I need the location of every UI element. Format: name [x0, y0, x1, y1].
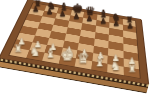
square-e1[interactable]: ♚ [58, 55, 76, 66]
square-d6[interactable] [81, 23, 96, 32]
white-rook[interactable]: ♜ [10, 44, 26, 54]
white-knight[interactable]: ♞ [107, 60, 123, 72]
white-queen[interactable]: ♛ [75, 52, 91, 66]
square-c5[interactable] [94, 32, 109, 41]
black-pawn[interactable]: ♟ [96, 18, 110, 26]
chess-set-photo: ♜♞♝♚♛♝♞♜♟♟♟♟♟♟♟♟♟♟♟♟♟♟♟♟♜♞♝♚♛♝♞♜ [0, 0, 160, 95]
black-pawn[interactable]: ♟ [42, 8, 56, 16]
white-bishop[interactable]: ♝ [42, 47, 58, 60]
white-bishop[interactable]: ♝ [91, 56, 107, 69]
square-c1[interactable]: ♝ [91, 61, 108, 72]
square-h4[interactable] [20, 26, 37, 35]
square-a4[interactable] [123, 44, 138, 54]
black-pawn[interactable]: ♟ [123, 22, 137, 30]
black-pawn[interactable]: ♟ [56, 11, 70, 19]
square-b1[interactable]: ♞ [107, 64, 123, 75]
square-f1[interactable]: ♝ [42, 53, 60, 64]
black-pawn[interactable]: ♟ [29, 6, 43, 14]
square-a1[interactable]: ♜ [123, 66, 139, 78]
square-d5[interactable] [80, 29, 95, 38]
chess-board: ♜♞♝♚♛♝♞♜♟♟♟♟♟♟♟♟♟♟♟♟♟♟♟♟♜♞♝♚♛♝♞♜ [0, 0, 149, 85]
square-d1[interactable]: ♛ [75, 58, 92, 69]
white-knight[interactable]: ♞ [26, 45, 42, 57]
white-rook[interactable]: ♜ [123, 64, 139, 74]
white-king[interactable]: ♚ [59, 48, 75, 63]
black-pawn[interactable]: ♟ [109, 20, 123, 28]
black-pawn[interactable]: ♟ [69, 13, 83, 21]
square-e7[interactable]: ♟ [69, 15, 83, 23]
black-pawn[interactable]: ♟ [82, 15, 96, 23]
square-b5[interactable] [109, 34, 123, 43]
